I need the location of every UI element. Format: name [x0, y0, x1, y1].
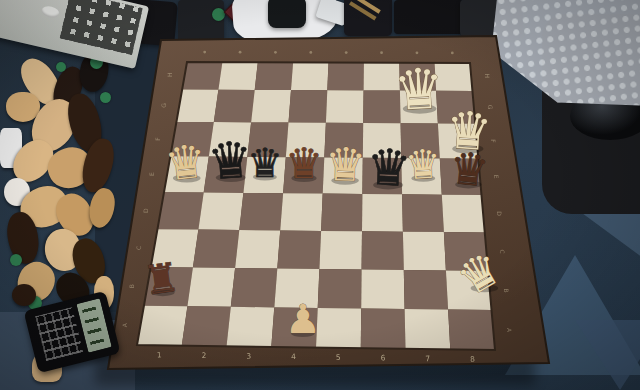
square-r7c7 [404, 270, 448, 310]
frame-dot [416, 51, 419, 54]
square-r6c3 [235, 230, 280, 269]
light-queen: ♛ [162, 133, 209, 191]
square-r7c2 [187, 268, 235, 307]
square-r6c5 [319, 231, 362, 270]
square-r2c5 [326, 90, 364, 123]
square-r6c2 [193, 230, 239, 268]
square-r5c5 [321, 194, 362, 232]
square-r1c2 [218, 62, 257, 90]
file-number-label: 8 [470, 355, 475, 364]
light-queen: ♛ [324, 137, 367, 192]
rank-letter-label: G [160, 103, 167, 108]
clock-lcd [76, 298, 111, 352]
square-r6c4 [277, 230, 321, 269]
square-r5c4 [280, 193, 323, 231]
square-r7c6 [361, 270, 404, 310]
file-number-label: 4 [291, 352, 296, 361]
dark-brown-queen: ♛ [447, 142, 492, 197]
rank-letter-label: E [493, 175, 500, 179]
square-r7c5 [318, 269, 362, 309]
rank-letter-label: B [128, 284, 135, 288]
frame-dot [451, 52, 454, 55]
square-r8c6 [361, 309, 406, 349]
file-number-label: 1 [157, 350, 162, 359]
frame-dot [345, 51, 348, 54]
device-button [40, 5, 60, 20]
rank-letter-label: H [484, 74, 491, 79]
black-queen: ♛ [206, 130, 255, 191]
square-r8c2 [182, 306, 231, 346]
frame-dot [203, 51, 206, 54]
frame-dot [239, 51, 242, 54]
square-r1c3 [255, 62, 293, 90]
square-r7c3 [231, 268, 277, 307]
frame-dot [309, 51, 312, 54]
square-r2c3 [251, 90, 291, 123]
file-number-label: 7 [425, 354, 430, 363]
square-r8c8 [448, 310, 495, 350]
frame-dot [380, 51, 383, 54]
file-number-label: 2 [201, 351, 206, 360]
square-r8c3 [227, 307, 275, 347]
square-r5c6 [362, 194, 403, 232]
square-r2c4 [289, 90, 328, 123]
file-number-label: 3 [246, 351, 251, 360]
frame-dot [274, 51, 277, 54]
square-r5c1 [158, 192, 204, 229]
device-button [26, 0, 46, 2]
clock-markings [35, 307, 83, 361]
light-queen: ♛ [392, 55, 446, 123]
square-r8c5 [316, 308, 361, 348]
square-r5c8 [442, 195, 485, 233]
square-r5c3 [239, 193, 283, 231]
file-number-label: 6 [380, 353, 385, 362]
square-r1c1 [182, 62, 222, 90]
rank-letter-label: E [148, 172, 155, 176]
rank-letter-label: F [154, 137, 161, 141]
rank-letter-label: H [166, 72, 173, 77]
black-queen: ♛ [365, 138, 413, 198]
file-number-label: 5 [336, 353, 341, 362]
photo-scene: 12345678AABBCCDDEEFFGGHH♛♛♛♛♛♛♛♛♛♛♛♜♟ [0, 0, 640, 390]
square-r6c7 [403, 232, 446, 271]
square-r2c1 [176, 90, 218, 123]
brown-queen: ♛ [285, 139, 323, 188]
device-key-grid [60, 0, 143, 55]
square-r1c5 [327, 63, 364, 91]
light-pawn: ♟ [285, 296, 321, 342]
square-r6c6 [362, 231, 404, 270]
rank-letter-label: C [499, 250, 506, 254]
square-r2c2 [214, 90, 255, 123]
brown-rook: ♜ [141, 253, 183, 304]
square-r5c2 [198, 193, 243, 230]
square-r5c7 [402, 194, 444, 232]
rank-letter-label: D [142, 208, 149, 213]
rank-letter-label: D [496, 211, 503, 216]
rank-letter-label: C [135, 246, 142, 250]
square-r8c1 [137, 306, 187, 346]
square-r8c7 [405, 309, 451, 349]
square-r1c4 [291, 62, 329, 90]
